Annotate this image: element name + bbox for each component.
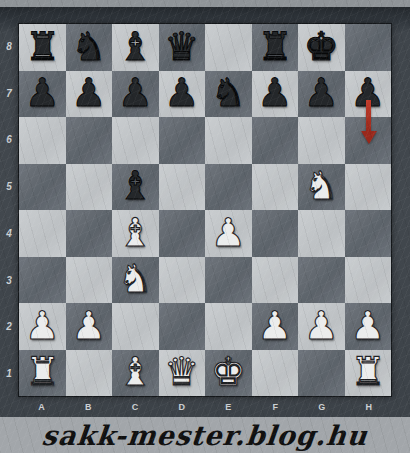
square-e6[interactable] xyxy=(205,117,252,164)
square-c6[interactable] xyxy=(112,117,159,164)
file-label-a: A xyxy=(18,398,65,415)
square-g2[interactable]: ♟ xyxy=(298,303,345,350)
file-label-g: G xyxy=(299,398,346,415)
black-king: ♚ xyxy=(304,27,339,66)
square-d5[interactable] xyxy=(159,164,206,211)
square-b7[interactable]: ♟ xyxy=(66,71,113,118)
square-g5[interactable]: ♞ xyxy=(298,164,345,211)
square-f2[interactable]: ♟ xyxy=(252,303,299,350)
square-e1[interactable]: ♚ xyxy=(205,350,252,397)
board-mat: 87654321 ♜♞♝♛♜♚♟♟♟♟♞♟♟♟♝♞♝♟♞♟♟♟♟♟♜♝♛♚♜ A… xyxy=(0,7,410,417)
rank-label-8: 8 xyxy=(0,23,18,70)
square-a1[interactable]: ♜ xyxy=(19,350,66,397)
white-pawn: ♟ xyxy=(304,306,339,345)
file-label-d: D xyxy=(158,398,205,415)
white-pawn: ♟ xyxy=(350,306,385,345)
square-h5[interactable] xyxy=(345,164,392,211)
rank-label-7: 7 xyxy=(0,70,18,117)
black-pawn: ♟ xyxy=(164,73,199,112)
square-a3[interactable] xyxy=(19,257,66,304)
black-pawn: ♟ xyxy=(71,73,106,112)
square-h1[interactable]: ♜ xyxy=(345,350,392,397)
white-knight: ♞ xyxy=(118,259,153,298)
square-a6[interactable] xyxy=(19,117,66,164)
square-d4[interactable] xyxy=(159,210,206,257)
rank-label-4: 4 xyxy=(0,210,18,257)
square-g7[interactable]: ♟ xyxy=(298,71,345,118)
square-g1[interactable] xyxy=(298,350,345,397)
white-rook: ♜ xyxy=(25,352,60,391)
white-queen: ♛ xyxy=(164,352,199,391)
square-c2[interactable] xyxy=(112,303,159,350)
square-h7[interactable]: ♟ xyxy=(345,71,392,118)
white-rook: ♜ xyxy=(350,352,385,391)
black-queen: ♛ xyxy=(164,27,199,66)
square-c7[interactable]: ♟ xyxy=(112,71,159,118)
square-b4[interactable] xyxy=(66,210,113,257)
black-pawn: ♟ xyxy=(118,73,153,112)
square-g4[interactable] xyxy=(298,210,345,257)
rank-label-1: 1 xyxy=(0,350,18,397)
square-f8[interactable]: ♜ xyxy=(252,24,299,71)
black-knight: ♞ xyxy=(71,27,106,66)
square-f7[interactable]: ♟ xyxy=(252,71,299,118)
white-bishop: ♝ xyxy=(118,213,153,252)
white-bishop: ♝ xyxy=(118,352,153,391)
square-e7[interactable]: ♞ xyxy=(205,71,252,118)
square-h4[interactable] xyxy=(345,210,392,257)
square-d3[interactable] xyxy=(159,257,206,304)
square-g8[interactable]: ♚ xyxy=(298,24,345,71)
file-labels: ABCDEFGH xyxy=(18,398,392,415)
square-f5[interactable] xyxy=(252,164,299,211)
black-bishop: ♝ xyxy=(118,27,153,66)
square-e4[interactable]: ♟ xyxy=(205,210,252,257)
rank-label-3: 3 xyxy=(0,257,18,304)
square-d2[interactable] xyxy=(159,303,206,350)
square-f1[interactable] xyxy=(252,350,299,397)
board-wrap: ♜♞♝♛♜♚♟♟♟♟♞♟♟♟♝♞♝♟♞♟♟♟♟♟♜♝♛♚♜ xyxy=(18,23,392,397)
site-caption: sakk-mester.blog.hu xyxy=(40,419,369,451)
square-b3[interactable] xyxy=(66,257,113,304)
square-h6[interactable] xyxy=(345,117,392,164)
black-pawn: ♟ xyxy=(304,73,339,112)
square-b6[interactable] xyxy=(66,117,113,164)
square-h2[interactable]: ♟ xyxy=(345,303,392,350)
square-c5[interactable]: ♝ xyxy=(112,164,159,211)
square-c3[interactable]: ♞ xyxy=(112,257,159,304)
square-f4[interactable] xyxy=(252,210,299,257)
square-a4[interactable] xyxy=(19,210,66,257)
white-pawn: ♟ xyxy=(211,213,246,252)
square-c4[interactable]: ♝ xyxy=(112,210,159,257)
top-frame-strip xyxy=(0,0,410,7)
square-e5[interactable] xyxy=(205,164,252,211)
chess-diagram: 87654321 ♜♞♝♛♜♚♟♟♟♟♞♟♟♟♝♞♝♟♞♟♟♟♟♟♜♝♛♚♜ A… xyxy=(0,0,410,453)
square-c8[interactable]: ♝ xyxy=(112,24,159,71)
black-rook: ♜ xyxy=(25,27,60,66)
white-knight: ♞ xyxy=(304,166,339,205)
file-label-b: B xyxy=(65,398,112,415)
rank-label-5: 5 xyxy=(0,163,18,210)
square-f3[interactable] xyxy=(252,257,299,304)
square-a7[interactable]: ♟ xyxy=(19,71,66,118)
black-pawn: ♟ xyxy=(257,73,292,112)
black-pawn: ♟ xyxy=(25,73,60,112)
white-king: ♚ xyxy=(211,352,246,391)
square-g6[interactable] xyxy=(298,117,345,164)
square-e2[interactable] xyxy=(205,303,252,350)
square-c1[interactable]: ♝ xyxy=(112,350,159,397)
square-e3[interactable] xyxy=(205,257,252,304)
file-label-c: C xyxy=(112,398,159,415)
board: ♜♞♝♛♜♚♟♟♟♟♞♟♟♟♝♞♝♟♞♟♟♟♟♟♜♝♛♚♜ xyxy=(18,23,392,397)
bottom-frame-strip: sakk-mester.blog.hu xyxy=(0,417,410,453)
square-h8[interactable] xyxy=(345,24,392,71)
black-rook: ♜ xyxy=(257,27,292,66)
black-knight: ♞ xyxy=(211,73,246,112)
square-b5[interactable] xyxy=(66,164,113,211)
black-bishop: ♝ xyxy=(118,166,153,205)
black-pawn: ♟ xyxy=(350,73,385,112)
file-label-e: E xyxy=(205,398,252,415)
square-d8[interactable]: ♛ xyxy=(159,24,206,71)
square-d1[interactable]: ♛ xyxy=(159,350,206,397)
white-pawn: ♟ xyxy=(257,306,292,345)
square-h3[interactable] xyxy=(345,257,392,304)
square-d6[interactable] xyxy=(159,117,206,164)
square-b2[interactable]: ♟ xyxy=(66,303,113,350)
square-d7[interactable]: ♟ xyxy=(159,71,206,118)
square-g3[interactable] xyxy=(298,257,345,304)
file-label-f: F xyxy=(252,398,299,415)
white-pawn: ♟ xyxy=(25,306,60,345)
rank-label-2: 2 xyxy=(0,304,18,351)
square-b1[interactable] xyxy=(66,350,113,397)
rank-label-6: 6 xyxy=(0,117,18,164)
white-pawn: ♟ xyxy=(71,306,106,345)
rank-labels: 87654321 xyxy=(0,23,18,397)
square-b8[interactable]: ♞ xyxy=(66,24,113,71)
square-a5[interactable] xyxy=(19,164,66,211)
square-f6[interactable] xyxy=(252,117,299,164)
square-a8[interactable]: ♜ xyxy=(19,24,66,71)
file-label-h: H xyxy=(345,398,392,415)
square-a2[interactable]: ♟ xyxy=(19,303,66,350)
square-e8[interactable] xyxy=(205,24,252,71)
